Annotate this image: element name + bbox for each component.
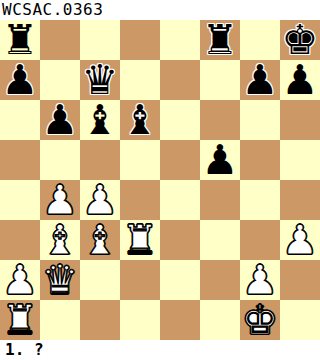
square-g1[interactable]: ♚ xyxy=(240,300,280,340)
square-d5[interactable] xyxy=(120,140,160,180)
square-d7[interactable] xyxy=(120,60,160,100)
square-d1[interactable] xyxy=(120,300,160,340)
square-h4[interactable] xyxy=(280,180,320,220)
square-f8[interactable]: ♜ xyxy=(200,20,240,60)
piece-white-bishop[interactable]: ♝ xyxy=(42,220,79,260)
piece-black-rook[interactable]: ♜ xyxy=(2,20,39,60)
square-b6[interactable]: ♟ xyxy=(40,100,80,140)
square-g5[interactable] xyxy=(240,140,280,180)
square-e5[interactable] xyxy=(160,140,200,180)
piece-black-pawn[interactable]: ♟ xyxy=(282,60,319,100)
square-h5[interactable] xyxy=(280,140,320,180)
piece-white-pawn[interactable]: ♟ xyxy=(282,220,319,260)
square-g2[interactable]: ♟ xyxy=(240,260,280,300)
piece-white-king[interactable]: ♚ xyxy=(242,300,279,340)
square-h2[interactable] xyxy=(280,260,320,300)
piece-black-king[interactable]: ♚ xyxy=(282,20,319,60)
square-d8[interactable] xyxy=(120,20,160,60)
piece-white-pawn[interactable]: ♟ xyxy=(242,260,279,300)
piece-white-rook[interactable]: ♜ xyxy=(122,220,159,260)
square-h7[interactable]: ♟ xyxy=(280,60,320,100)
piece-black-bishop[interactable]: ♝ xyxy=(122,100,159,140)
square-c3[interactable]: ♝ xyxy=(80,220,120,260)
square-g4[interactable] xyxy=(240,180,280,220)
chess-puzzle-window: WCSAC.0363 ♜♜♚♟♛♟♟♟♝♝♟♟♟♝♝♜♟♟♛♟♜♚ 1. ? xyxy=(0,0,320,360)
square-e6[interactable] xyxy=(160,100,200,140)
piece-black-pawn[interactable]: ♟ xyxy=(202,140,239,180)
square-f6[interactable] xyxy=(200,100,240,140)
square-e4[interactable] xyxy=(160,180,200,220)
chess-board: ♜♜♚♟♛♟♟♟♝♝♟♟♟♝♝♜♟♟♛♟♜♚ xyxy=(0,20,320,340)
square-g6[interactable] xyxy=(240,100,280,140)
piece-black-pawn[interactable]: ♟ xyxy=(242,60,279,100)
piece-white-bishop[interactable]: ♝ xyxy=(82,220,119,260)
square-g7[interactable]: ♟ xyxy=(240,60,280,100)
piece-black-bishop[interactable]: ♝ xyxy=(82,100,119,140)
square-e2[interactable] xyxy=(160,260,200,300)
square-d6[interactable]: ♝ xyxy=(120,100,160,140)
piece-black-queen[interactable]: ♛ xyxy=(82,60,119,100)
piece-black-pawn[interactable]: ♟ xyxy=(2,60,39,100)
square-c5[interactable] xyxy=(80,140,120,180)
square-a2[interactable]: ♟ xyxy=(0,260,40,300)
square-b2[interactable]: ♛ xyxy=(40,260,80,300)
square-f1[interactable] xyxy=(200,300,240,340)
square-b5[interactable] xyxy=(40,140,80,180)
piece-black-pawn[interactable]: ♟ xyxy=(42,100,79,140)
square-c8[interactable] xyxy=(80,20,120,60)
square-e3[interactable] xyxy=(160,220,200,260)
piece-black-rook[interactable]: ♜ xyxy=(202,20,239,60)
piece-white-pawn[interactable]: ♟ xyxy=(82,180,119,220)
square-e1[interactable] xyxy=(160,300,200,340)
square-c6[interactable]: ♝ xyxy=(80,100,120,140)
square-h1[interactable] xyxy=(280,300,320,340)
square-f2[interactable] xyxy=(200,260,240,300)
square-g3[interactable] xyxy=(240,220,280,260)
square-a8[interactable]: ♜ xyxy=(0,20,40,60)
square-b8[interactable] xyxy=(40,20,80,60)
square-c2[interactable] xyxy=(80,260,120,300)
piece-white-rook[interactable]: ♜ xyxy=(2,300,39,340)
square-c4[interactable]: ♟ xyxy=(80,180,120,220)
square-a6[interactable] xyxy=(0,100,40,140)
square-e8[interactable] xyxy=(160,20,200,60)
piece-white-pawn[interactable]: ♟ xyxy=(42,180,79,220)
title-bar: WCSAC.0363 xyxy=(0,0,320,20)
square-d2[interactable] xyxy=(120,260,160,300)
square-a4[interactable] xyxy=(0,180,40,220)
square-h6[interactable] xyxy=(280,100,320,140)
square-b3[interactable]: ♝ xyxy=(40,220,80,260)
square-a1[interactable]: ♜ xyxy=(0,300,40,340)
square-f7[interactable] xyxy=(200,60,240,100)
square-c1[interactable] xyxy=(80,300,120,340)
square-f3[interactable] xyxy=(200,220,240,260)
square-a7[interactable]: ♟ xyxy=(0,60,40,100)
square-e7[interactable] xyxy=(160,60,200,100)
square-a5[interactable] xyxy=(0,140,40,180)
square-h3[interactable]: ♟ xyxy=(280,220,320,260)
move-prompt: 1. ? xyxy=(5,341,44,359)
square-g8[interactable] xyxy=(240,20,280,60)
square-h8[interactable]: ♚ xyxy=(280,20,320,60)
square-f4[interactable] xyxy=(200,180,240,220)
square-b7[interactable] xyxy=(40,60,80,100)
square-c7[interactable]: ♛ xyxy=(80,60,120,100)
square-b4[interactable]: ♟ xyxy=(40,180,80,220)
square-b1[interactable] xyxy=(40,300,80,340)
square-d4[interactable] xyxy=(120,180,160,220)
piece-white-pawn[interactable]: ♟ xyxy=(2,260,39,300)
square-d3[interactable]: ♜ xyxy=(120,220,160,260)
square-a3[interactable] xyxy=(0,220,40,260)
piece-white-queen[interactable]: ♛ xyxy=(42,260,79,300)
square-f5[interactable]: ♟ xyxy=(200,140,240,180)
